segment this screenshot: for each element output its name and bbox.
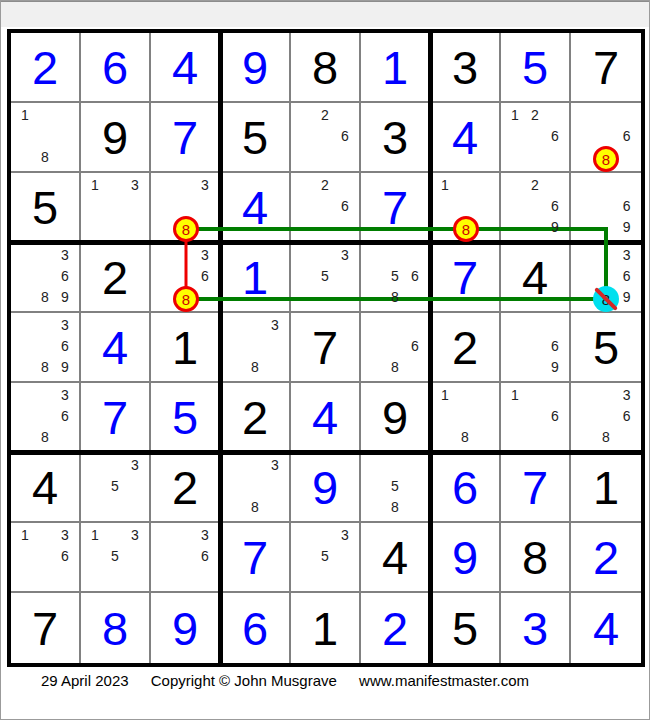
sudoku-grid: 2649813571897526341266513342671269693689…: [11, 33, 641, 663]
cell-r4c1[interactable]: 3689: [11, 243, 81, 313]
cell-value: 2: [571, 523, 641, 591]
cell-value: 5: [221, 103, 289, 171]
candidate-marks: 3689: [15, 245, 75, 307]
cell-value: 4: [151, 33, 219, 101]
cell-value: 3: [501, 593, 569, 663]
cell-r8c7[interactable]: 9: [431, 523, 501, 593]
cell-value: 4: [11, 453, 79, 521]
circled-candidate-digit: 8: [182, 292, 190, 307]
cell-value: 6: [81, 33, 149, 101]
cell-r5c6[interactable]: 68: [361, 313, 431, 383]
cell-r9c6[interactable]: 2: [361, 593, 431, 663]
cell-r4c2[interactable]: 2: [81, 243, 151, 313]
cell-r3c8[interactable]: 269: [501, 173, 571, 243]
candidate-marks: 26: [295, 175, 355, 237]
cell-value: 7: [291, 313, 359, 381]
cell-r8c3[interactable]: 36: [151, 523, 221, 593]
candidate-marks: 368: [575, 385, 637, 447]
cell-r6c3[interactable]: 5: [151, 383, 221, 453]
candidate-marks: 26: [295, 105, 355, 167]
cell-r5c7[interactable]: 2: [431, 313, 501, 383]
cell-r5c3[interactable]: 1: [151, 313, 221, 383]
cell-r7c1[interactable]: 4: [11, 453, 81, 523]
cell-value: 7: [221, 523, 289, 591]
cell-r3c1[interactable]: 5: [11, 173, 81, 243]
cell-r1c6[interactable]: 1: [361, 33, 431, 103]
cell-r1c8[interactable]: 5: [501, 33, 571, 103]
cell-value: 4: [221, 173, 289, 241]
cell-value: 5: [11, 173, 79, 241]
cell-value: 4: [501, 243, 569, 311]
cell-r2c1[interactable]: 18: [11, 103, 81, 173]
cell-r8c1[interactable]: 136: [11, 523, 81, 593]
chain-node-r3c7: 8: [453, 216, 479, 242]
cell-value: 7: [501, 453, 569, 521]
cell-value: 1: [571, 453, 641, 521]
cell-value: 2: [221, 383, 289, 451]
cell-value: 1: [221, 243, 289, 311]
cell-r1c5[interactable]: 8: [291, 33, 361, 103]
cell-r2c2[interactable]: 9: [81, 103, 151, 173]
sudoku-board: 2649813571897526341266513342671269693689…: [7, 29, 645, 667]
cell-r4c7[interactable]: 7: [431, 243, 501, 313]
caption-date: 29 April 2023: [41, 672, 129, 689]
cell-r4c4[interactable]: 1: [221, 243, 291, 313]
circled-candidate-digit: 8: [602, 152, 610, 167]
cell-r3c2[interactable]: 13: [81, 173, 151, 243]
cell-value: 7: [11, 593, 79, 663]
cell-r7c6[interactable]: 58: [361, 453, 431, 523]
cell-value: 5: [151, 383, 219, 451]
cell-r2c4[interactable]: 5: [221, 103, 291, 173]
cell-r9c3[interactable]: 9: [151, 593, 221, 663]
cell-value: 8: [81, 593, 149, 663]
cell-r9c4[interactable]: 6: [221, 593, 291, 663]
cell-value: 2: [11, 33, 79, 101]
circled-candidate-digit: 8: [182, 222, 190, 237]
cell-r7c8[interactable]: 7: [501, 453, 571, 523]
cell-r7c2[interactable]: 35: [81, 453, 151, 523]
cell-r6c2[interactable]: 7: [81, 383, 151, 453]
candidate-marks: 69: [575, 175, 637, 237]
cell-r8c5[interactable]: 35: [291, 523, 361, 593]
cell-value: 1: [361, 33, 429, 101]
candidate-marks: 16: [505, 385, 565, 447]
cell-r2c8[interactable]: 126: [501, 103, 571, 173]
cell-value: 1: [151, 313, 219, 381]
cell-r6c1[interactable]: 368: [11, 383, 81, 453]
cell-value: 1: [291, 593, 359, 663]
cell-r8c9[interactable]: 2: [571, 523, 641, 593]
cell-r8c4[interactable]: 7: [221, 523, 291, 593]
cell-r9c5[interactable]: 1: [291, 593, 361, 663]
cell-r6c6[interactable]: 9: [361, 383, 431, 453]
cell-r2c5[interactable]: 26: [291, 103, 361, 173]
candidate-marks: 68: [365, 315, 425, 377]
cell-r3c4[interactable]: 4: [221, 173, 291, 243]
cell-r6c8[interactable]: 16: [501, 383, 571, 453]
cell-value: 7: [81, 383, 149, 451]
candidate-marks: 38: [225, 315, 285, 377]
cell-r9c1[interactable]: 7: [11, 593, 81, 663]
cell-value: 2: [431, 313, 499, 381]
cell-r4c5[interactable]: 35: [291, 243, 361, 313]
cell-value: 9: [151, 593, 219, 663]
cell-r1c7[interactable]: 3: [431, 33, 501, 103]
cell-r6c7[interactable]: 18: [431, 383, 501, 453]
candidate-marks: 36: [155, 525, 215, 587]
cell-value: 3: [361, 103, 429, 171]
cell-value: 3: [431, 33, 499, 101]
cell-r5c1[interactable]: 3689: [11, 313, 81, 383]
circled-candidate-digit: 8: [462, 222, 470, 237]
cell-r6c4[interactable]: 2: [221, 383, 291, 453]
cell-r9c9[interactable]: 4: [571, 593, 641, 663]
cell-value: 9: [431, 523, 499, 591]
candidate-marks: 568: [365, 245, 425, 307]
cell-value: 9: [361, 383, 429, 451]
cell-r5c2[interactable]: 4: [81, 313, 151, 383]
candidate-marks: 3689: [15, 315, 75, 377]
cell-r1c3[interactable]: 4: [151, 33, 221, 103]
candidate-marks: 58: [365, 455, 425, 517]
chain-node-r4c3: 8: [173, 286, 199, 312]
cell-r7c4[interactable]: 38: [221, 453, 291, 523]
candidate-marks: 135: [85, 525, 145, 587]
caption-website: www.manifestmaster.com: [359, 672, 529, 689]
cell-r7c3[interactable]: 2: [151, 453, 221, 523]
cell-value: 5: [571, 313, 641, 381]
cell-value: 4: [291, 383, 359, 451]
cell-value: 9: [81, 103, 149, 171]
candidate-marks: 136: [15, 525, 75, 587]
candidate-marks: 35: [295, 525, 355, 587]
cell-value: 8: [501, 523, 569, 591]
cell-r5c9[interactable]: 5: [571, 313, 641, 383]
candidate-marks: 368: [15, 385, 75, 447]
cell-r9c7[interactable]: 5: [431, 593, 501, 663]
cell-value: 7: [151, 103, 219, 171]
cell-r9c2[interactable]: 8: [81, 593, 151, 663]
page: 2649813571897526341266513342671269693689…: [0, 0, 650, 720]
cell-value: 8: [291, 33, 359, 101]
cell-value: 4: [81, 313, 149, 381]
cell-r6c9[interactable]: 368: [571, 383, 641, 453]
cell-value: 4: [361, 523, 429, 591]
candidate-marks: 126: [505, 105, 565, 167]
cell-r1c1[interactable]: 2: [11, 33, 81, 103]
candidate-marks: 69: [505, 315, 565, 377]
cell-value: 4: [431, 103, 499, 171]
cell-r3c5[interactable]: 26: [291, 173, 361, 243]
cell-r6c5[interactable]: 4: [291, 383, 361, 453]
cell-value: 6: [221, 593, 289, 663]
cell-value: 7: [361, 173, 429, 241]
cell-value: 2: [81, 243, 149, 311]
chain-node-r3c3: 8: [173, 216, 199, 242]
cell-r5c4[interactable]: 38: [221, 313, 291, 383]
cell-value: 7: [431, 243, 499, 311]
cell-r7c9[interactable]: 1: [571, 453, 641, 523]
cell-value: 9: [221, 33, 289, 101]
box-border-vertical-2: [428, 33, 433, 663]
cell-r1c2[interactable]: 6: [81, 33, 151, 103]
cell-r5c8[interactable]: 69: [501, 313, 571, 383]
box-border-vertical-1: [218, 33, 223, 663]
cell-r7c5[interactable]: 9: [291, 453, 361, 523]
cell-r8c2[interactable]: 135: [81, 523, 151, 593]
cell-r5c5[interactable]: 7: [291, 313, 361, 383]
candidate-marks: 18: [15, 105, 75, 167]
candidate-marks: 38: [225, 455, 285, 517]
cell-value: 7: [571, 33, 641, 101]
caption: 29 April 2023 Copyright © John Musgrave …: [41, 672, 547, 689]
cell-value: 2: [361, 593, 429, 663]
cell-value: 5: [431, 593, 499, 663]
cell-r4c6[interactable]: 568: [361, 243, 431, 313]
cell-value: 2: [151, 453, 219, 521]
cell-value: 6: [431, 453, 499, 521]
cell-value: 9: [291, 453, 359, 521]
cell-r2c7[interactable]: 4: [431, 103, 501, 173]
candidate-marks: 35: [85, 455, 145, 517]
cell-r3c9[interactable]: 69: [571, 173, 641, 243]
candidate-marks: 13: [85, 175, 145, 237]
cell-value: 5: [501, 33, 569, 101]
candidate-marks: 269: [505, 175, 565, 237]
cell-r2c6[interactable]: 3: [361, 103, 431, 173]
cell-r7c7[interactable]: 6: [431, 453, 501, 523]
cell-r8c8[interactable]: 8: [501, 523, 571, 593]
elimination-node-r4c9: 8: [593, 286, 619, 312]
cell-value: 4: [571, 593, 641, 663]
cell-r1c9[interactable]: 7: [571, 33, 641, 103]
cell-r3c6[interactable]: 7: [361, 173, 431, 243]
cell-r9c8[interactable]: 3: [501, 593, 571, 663]
cell-r2c3[interactable]: 7: [151, 103, 221, 173]
chain-node-r2c9: 8: [593, 146, 619, 172]
cell-r4c8[interactable]: 4: [501, 243, 571, 313]
header-bar: [1, 1, 649, 27]
candidate-marks: 18: [435, 385, 495, 447]
candidate-marks: 35: [295, 245, 355, 307]
cell-r8c6[interactable]: 4: [361, 523, 431, 593]
caption-copyright: Copyright © John Musgrave: [151, 672, 337, 689]
cell-r1c4[interactable]: 9: [221, 33, 291, 103]
